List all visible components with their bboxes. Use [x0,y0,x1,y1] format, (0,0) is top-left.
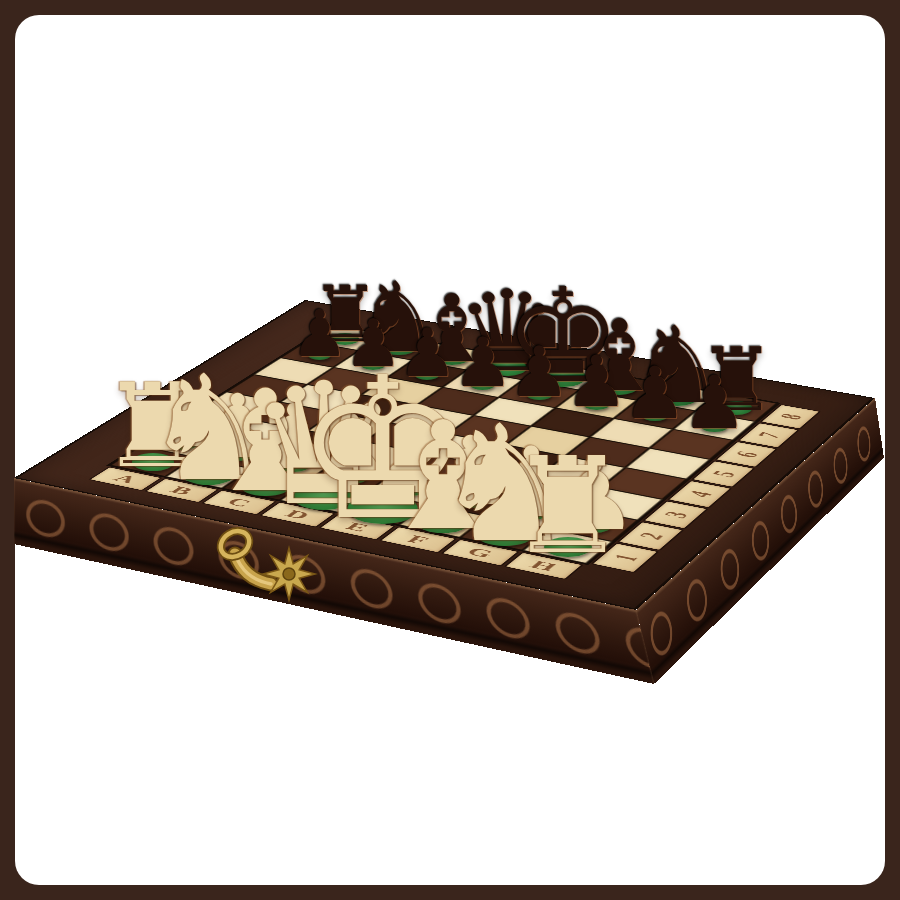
file-label-text: C [222,495,255,509]
rank-label-text: 8 [773,412,808,421]
rank-label-text: 4 [681,489,718,500]
rank-label-text: 7 [751,430,786,440]
rank-label-text: 6 [728,449,764,459]
file-label-text: E [341,520,373,534]
rank-label-text: 5 [705,469,741,479]
chess-board-scene: ABCDEFGH 12345678 ♜♞♝♛♚♝♞♜♟♟♟♟♟♟♟♟♟♟♟♟♟♟… [0,0,900,900]
file-label-text: A [109,472,142,486]
brass-clasp-icon [205,518,325,610]
file-label-text: F [403,533,434,547]
product-photo: ABCDEFGH 12345678 ♜♞♝♛♚♝♞♜♟♟♟♟♟♟♟♟♟♟♟♟♟♟… [0,0,900,900]
file-label-text: G [462,545,497,560]
clasp-star-center [283,568,295,580]
rank-label-text: 3 [657,509,694,520]
rank-label-text: 2 [632,530,670,541]
file-label-text: H [526,558,562,574]
rank-label-text: 1 [606,552,644,563]
file-label-text: B [166,484,198,497]
